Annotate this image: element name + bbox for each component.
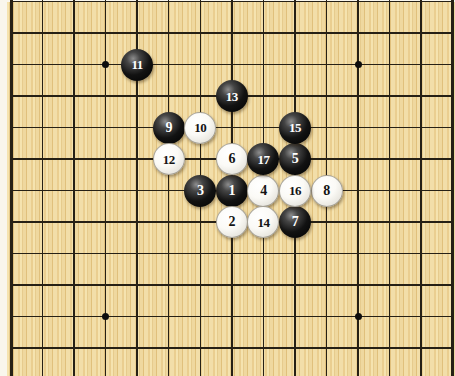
intersection-9-12 (248, 301, 280, 333)
intersection-8-13 (216, 332, 248, 364)
gomoku-board-diagram: 1234567891011121314151617 (0, 0, 455, 376)
intersection-3-9 (58, 206, 90, 238)
intersection-5-11 (121, 269, 153, 301)
move-number: 14 (257, 215, 269, 228)
intersection-8-3 (216, 17, 248, 49)
intersection-2-12 (27, 301, 59, 333)
intersection-1-10 (0, 238, 27, 270)
intersection-7-12 (185, 301, 217, 333)
intersection-12-3 (342, 17, 374, 49)
intersection-6-9 (153, 206, 185, 238)
intersection-7-4 (185, 49, 217, 81)
intersection-15-14 (437, 364, 455, 376)
move-number: 3 (197, 183, 204, 197)
intersection-7-11 (185, 269, 217, 301)
intersection-14-5 (405, 80, 437, 112)
intersection-6-11 (153, 269, 185, 301)
white-stone-10: 10 (184, 112, 216, 144)
star-point-12-4 (355, 61, 362, 68)
intersection-6-2 (153, 0, 185, 17)
intersection-8-12 (216, 301, 248, 333)
intersection-2-4 (27, 49, 59, 81)
intersection-2-7 (27, 143, 59, 175)
intersection-7-14 (185, 364, 217, 376)
intersection-8-4 (216, 49, 248, 81)
intersection-11-4 (311, 49, 343, 81)
intersection-2-8 (27, 175, 59, 207)
intersection-15-2 (437, 0, 455, 17)
move-number: 13 (226, 89, 238, 102)
intersection-10-13 (279, 332, 311, 364)
intersection-7-13 (185, 332, 217, 364)
white-stone-16: 16 (279, 175, 311, 207)
intersection-5-5 (121, 80, 153, 112)
intersection-8-14 (216, 364, 248, 376)
intersection-9-2 (248, 0, 280, 17)
intersection-15-9 (437, 206, 455, 238)
intersection-13-3 (374, 17, 406, 49)
intersection-1-2 (0, 0, 27, 17)
intersection-5-12 (121, 301, 153, 333)
intersection-14-2 (405, 0, 437, 17)
intersection-12-13 (342, 332, 374, 364)
intersection-4-5 (90, 80, 122, 112)
intersection-1-8 (0, 175, 27, 207)
intersection-3-3 (58, 17, 90, 49)
intersection-6-4 (153, 49, 185, 81)
intersection-14-3 (405, 17, 437, 49)
intersection-5-6 (121, 112, 153, 144)
intersection-11-12 (311, 301, 343, 333)
intersection-6-8 (153, 175, 185, 207)
intersection-13-10 (374, 238, 406, 270)
intersection-7-7 (185, 143, 217, 175)
intersection-11-2 (311, 0, 343, 17)
intersection-14-12 (405, 301, 437, 333)
intersection-12-6 (342, 112, 374, 144)
intersection-13-14 (374, 364, 406, 376)
move-number: 15 (289, 121, 301, 134)
intersection-10-5 (279, 80, 311, 112)
intersection-9-10 (248, 238, 280, 270)
white-stone-8: 8 (311, 175, 343, 207)
intersection-13-5 (374, 80, 406, 112)
intersection-15-4 (437, 49, 455, 81)
intersection-11-7 (311, 143, 343, 175)
intersection-5-2 (121, 0, 153, 17)
intersection-3-11 (58, 269, 90, 301)
intersection-12-9 (342, 206, 374, 238)
intersection-6-10 (153, 238, 185, 270)
intersection-9-6 (248, 112, 280, 144)
intersection-4-3 (90, 17, 122, 49)
intersection-6-3 (153, 17, 185, 49)
intersection-15-10 (437, 238, 455, 270)
intersection-11-5 (311, 80, 343, 112)
intersection-14-11 (405, 269, 437, 301)
intersection-10-11 (279, 269, 311, 301)
move-number: 11 (132, 58, 143, 71)
intersection-10-2 (279, 0, 311, 17)
intersection-5-8 (121, 175, 153, 207)
intersection-14-10 (405, 238, 437, 270)
move-number: 5 (292, 152, 299, 166)
intersection-4-11 (90, 269, 122, 301)
intersection-3-6 (58, 112, 90, 144)
intersection-1-5 (0, 80, 27, 112)
intersection-11-14 (311, 364, 343, 376)
intersection-12-14 (342, 364, 374, 376)
intersection-3-7 (58, 143, 90, 175)
intersection-15-12 (437, 301, 455, 333)
intersection-11-11 (311, 269, 343, 301)
intersection-1-6 (0, 112, 27, 144)
intersection-5-10 (121, 238, 153, 270)
intersection-15-6 (437, 112, 455, 144)
intersection-11-10 (311, 238, 343, 270)
intersection-1-9 (0, 206, 27, 238)
intersection-2-9 (27, 206, 59, 238)
intersection-12-10 (342, 238, 374, 270)
intersection-15-3 (437, 17, 455, 49)
intersection-15-13 (437, 332, 455, 364)
intersection-12-8 (342, 175, 374, 207)
intersection-2-3 (27, 17, 59, 49)
intersection-4-10 (90, 238, 122, 270)
intersection-7-9 (185, 206, 217, 238)
intersection-1-7 (0, 143, 27, 175)
white-stone-12: 12 (153, 143, 185, 175)
intersection-7-5 (185, 80, 217, 112)
intersection-3-10 (58, 238, 90, 270)
intersection-15-11 (437, 269, 455, 301)
intersection-7-3 (185, 17, 217, 49)
star-point-12-12 (355, 313, 362, 320)
intersection-3-4 (58, 49, 90, 81)
intersection-13-9 (374, 206, 406, 238)
intersection-11-9 (311, 206, 343, 238)
move-number: 8 (323, 183, 330, 197)
intersection-12-11 (342, 269, 374, 301)
intersection-9-4 (248, 49, 280, 81)
intersection-5-9 (121, 206, 153, 238)
intersection-12-5 (342, 80, 374, 112)
intersection-10-3 (279, 17, 311, 49)
intersection-11-3 (311, 17, 343, 49)
black-stone-9: 9 (153, 112, 185, 144)
intersection-13-2 (374, 0, 406, 17)
intersection-4-6 (90, 112, 122, 144)
intersection-6-14 (153, 364, 185, 376)
intersection-10-10 (279, 238, 311, 270)
move-number: 7 (292, 215, 299, 229)
intersection-7-2 (185, 0, 217, 17)
intersection-13-7 (374, 143, 406, 175)
intersection-1-3 (0, 17, 27, 49)
intersection-14-7 (405, 143, 437, 175)
move-number: 1 (229, 183, 236, 197)
intersection-1-14 (0, 364, 27, 376)
intersection-15-7 (437, 143, 455, 175)
intersection-14-13 (405, 332, 437, 364)
move-number: 12 (163, 152, 175, 165)
black-stone-3: 3 (184, 175, 216, 207)
black-stone-1: 1 (216, 175, 248, 207)
intersection-12-2 (342, 0, 374, 17)
intersection-9-3 (248, 17, 280, 49)
intersection-2-11 (27, 269, 59, 301)
intersection-3-5 (58, 80, 90, 112)
intersection-2-2 (27, 0, 59, 17)
intersection-13-13 (374, 332, 406, 364)
intersection-2-14 (27, 364, 59, 376)
white-stone-4: 4 (247, 175, 279, 207)
intersection-4-14 (90, 364, 122, 376)
intersection-1-12 (0, 301, 27, 333)
intersection-3-14 (58, 364, 90, 376)
intersection-13-11 (374, 269, 406, 301)
intersection-10-4 (279, 49, 311, 81)
intersection-4-9 (90, 206, 122, 238)
black-stone-11: 11 (121, 49, 153, 81)
white-stone-2: 2 (216, 206, 248, 238)
intersection-6-13 (153, 332, 185, 364)
intersection-3-2 (58, 0, 90, 17)
intersection-2-13 (27, 332, 59, 364)
intersection-12-7 (342, 143, 374, 175)
intersection-3-12 (58, 301, 90, 333)
intersection-15-8 (437, 175, 455, 207)
intersection-2-6 (27, 112, 59, 144)
move-number: 17 (257, 152, 269, 165)
black-stone-7: 7 (279, 206, 311, 238)
intersection-7-10 (185, 238, 217, 270)
white-stone-6: 6 (216, 143, 248, 175)
intersection-13-4 (374, 49, 406, 81)
intersection-11-13 (311, 332, 343, 364)
intersection-5-13 (121, 332, 153, 364)
move-number: 6 (229, 152, 236, 166)
intersection-10-12 (279, 301, 311, 333)
intersection-3-8 (58, 175, 90, 207)
intersection-9-11 (248, 269, 280, 301)
intersection-2-5 (27, 80, 59, 112)
black-stone-5: 5 (279, 143, 311, 175)
intersection-4-8 (90, 175, 122, 207)
intersection-9-14 (248, 364, 280, 376)
intersection-10-14 (279, 364, 311, 376)
move-number: 16 (289, 184, 301, 197)
intersection-11-6 (311, 112, 343, 144)
intersection-1-11 (0, 269, 27, 301)
intersection-14-8 (405, 175, 437, 207)
intersection-15-5 (437, 80, 455, 112)
intersection-14-6 (405, 112, 437, 144)
intersection-13-6 (374, 112, 406, 144)
intersection-14-9 (405, 206, 437, 238)
intersection-8-10 (216, 238, 248, 270)
intersection-1-13 (0, 332, 27, 364)
intersection-2-10 (27, 238, 59, 270)
intersection-1-4 (0, 49, 27, 81)
intersection-4-13 (90, 332, 122, 364)
intersection-14-14 (405, 364, 437, 376)
intersection-5-14 (121, 364, 153, 376)
intersection-9-13 (248, 332, 280, 364)
intersection-14-4 (405, 49, 437, 81)
move-number: 4 (260, 183, 267, 197)
intersection-8-6 (216, 112, 248, 144)
intersection-9-5 (248, 80, 280, 112)
black-stone-13: 13 (216, 80, 248, 112)
intersection-6-12 (153, 301, 185, 333)
intersection-3-13 (58, 332, 90, 364)
move-number: 10 (194, 121, 206, 134)
intersection-4-2 (90, 0, 122, 17)
intersection-4-7 (90, 143, 122, 175)
intersection-8-2 (216, 0, 248, 17)
intersection-5-3 (121, 17, 153, 49)
intersection-13-8 (374, 175, 406, 207)
black-stone-15: 15 (279, 112, 311, 144)
move-number: 9 (166, 120, 173, 134)
move-number: 2 (229, 215, 236, 229)
intersection-5-7 (121, 143, 153, 175)
intersection-8-11 (216, 269, 248, 301)
intersection-13-12 (374, 301, 406, 333)
intersection-6-5 (153, 80, 185, 112)
